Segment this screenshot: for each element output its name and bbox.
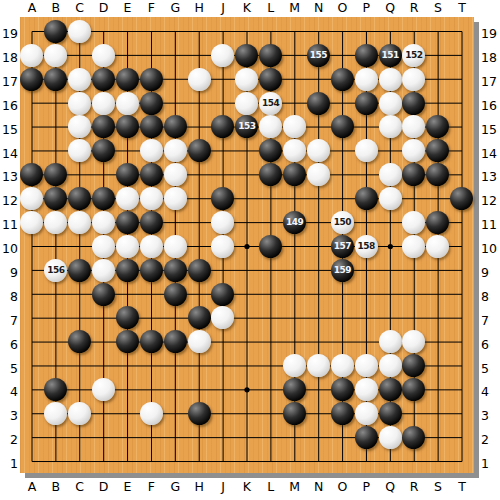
board-cell-E4[interactable] [116,378,140,402]
board-cell-L19[interactable] [259,20,283,44]
board-cell-C7[interactable] [68,306,92,330]
board-cell-T14[interactable] [450,139,474,163]
board-cell-E17[interactable] [116,67,140,91]
board-cell-Q14[interactable] [378,139,402,163]
board-cell-O16[interactable] [330,91,354,115]
board-cell-S3[interactable] [426,402,450,426]
board-cell-F2[interactable] [139,425,163,449]
board-cell-M5[interactable] [283,354,307,378]
board-cell-G10[interactable] [163,234,187,258]
board-cell-L18[interactable] [259,43,283,67]
board-cell-N8[interactable] [307,282,331,306]
board-cell-Q15[interactable] [378,115,402,139]
board-cell-C5[interactable] [68,354,92,378]
board-cell-N7[interactable] [307,306,331,330]
board-cell-P18[interactable] [354,43,378,67]
board-cell-B16[interactable] [44,91,68,115]
board-cell-C15[interactable] [68,115,92,139]
board-cell-S13[interactable] [426,163,450,187]
board-cell-D19[interactable] [92,20,116,44]
board-cell-R11[interactable] [402,211,426,235]
board-cell-L5[interactable] [259,354,283,378]
board-cell-G8[interactable] [163,282,187,306]
board-cell-P17[interactable] [354,67,378,91]
board-cell-J14[interactable] [211,139,235,163]
board-cell-C16[interactable] [68,91,92,115]
board-cell-C10[interactable] [68,234,92,258]
board-cell-K5[interactable] [235,354,259,378]
board-cell-J13[interactable] [211,163,235,187]
board-cell-T8[interactable] [450,282,474,306]
board-cell-P5[interactable] [354,354,378,378]
board-cell-G5[interactable] [163,354,187,378]
board-cell-P3[interactable] [354,402,378,426]
board-cell-M1[interactable] [283,449,307,473]
board-cell-A13[interactable] [20,163,44,187]
board-cell-B12[interactable] [44,187,68,211]
board-cell-A5[interactable] [20,354,44,378]
board-cell-C13[interactable] [68,163,92,187]
board-cell-B17[interactable] [44,67,68,91]
board-cell-O17[interactable] [330,67,354,91]
board-cell-A4[interactable] [20,378,44,402]
board-cell-N13[interactable] [307,163,331,187]
board-cell-H17[interactable] [187,67,211,91]
board-cell-T18[interactable] [450,43,474,67]
board-cell-N16[interactable] [307,91,331,115]
board-cell-J12[interactable] [211,187,235,211]
board-cell-L14[interactable] [259,139,283,163]
board-cell-H2[interactable] [187,425,211,449]
board-cell-E2[interactable] [116,425,140,449]
board-cell-M4[interactable] [283,378,307,402]
board-cell-G9[interactable] [163,258,187,282]
board-cell-N17[interactable] [307,67,331,91]
board-cell-G18[interactable] [163,43,187,67]
board-cell-G4[interactable] [163,378,187,402]
board-cell-K15[interactable]: 153 [235,115,259,139]
board-cell-Q6[interactable] [378,330,402,354]
board-cell-T13[interactable] [450,163,474,187]
board-cell-D7[interactable] [92,306,116,330]
board-cell-P9[interactable] [354,258,378,282]
board-cell-G19[interactable] [163,20,187,44]
board-cell-Q1[interactable] [378,449,402,473]
board-cell-O11[interactable]: 150 [330,211,354,235]
board-cell-K14[interactable] [235,139,259,163]
board-cell-M19[interactable] [283,20,307,44]
board-cell-C19[interactable] [68,20,92,44]
board-cell-R17[interactable] [402,67,426,91]
board-cell-O13[interactable] [330,163,354,187]
board-cell-S5[interactable] [426,354,450,378]
board-cell-T2[interactable] [450,425,474,449]
board-cell-A3[interactable] [20,402,44,426]
board-cell-O14[interactable] [330,139,354,163]
board-cell-J9[interactable] [211,258,235,282]
board-cell-E12[interactable] [116,187,140,211]
board-cell-K8[interactable] [235,282,259,306]
board-cell-E3[interactable] [116,402,140,426]
board-cell-H12[interactable] [187,187,211,211]
board-cell-S19[interactable] [426,20,450,44]
board-cell-D10[interactable] [92,234,116,258]
board-cell-N1[interactable] [307,449,331,473]
board-cell-N14[interactable] [307,139,331,163]
board-cell-R19[interactable] [402,20,426,44]
board-cell-Q7[interactable] [378,306,402,330]
board-cell-Q2[interactable] [378,425,402,449]
board-cell-B18[interactable] [44,43,68,67]
board-cell-B7[interactable] [44,306,68,330]
board-cell-T12[interactable] [450,187,474,211]
board-cell-F1[interactable] [139,449,163,473]
board-cell-L6[interactable] [259,330,283,354]
board-cell-L10[interactable] [259,234,283,258]
board-cell-E11[interactable] [116,211,140,235]
board-cell-E7[interactable] [116,306,140,330]
board-cell-K6[interactable] [235,330,259,354]
board-cell-D2[interactable] [92,425,116,449]
board-cell-H7[interactable] [187,306,211,330]
board-cell-N12[interactable] [307,187,331,211]
board-cell-J15[interactable] [211,115,235,139]
board-cell-B9[interactable]: 156 [44,258,68,282]
board-cell-F9[interactable] [139,258,163,282]
board-cell-R10[interactable] [402,234,426,258]
board-cell-S12[interactable] [426,187,450,211]
board-cell-F6[interactable] [139,330,163,354]
board-cell-F5[interactable] [139,354,163,378]
board-cell-M17[interactable] [283,67,307,91]
board-cell-R3[interactable] [402,402,426,426]
board-cell-S14[interactable] [426,139,450,163]
board-cell-D16[interactable] [92,91,116,115]
board-cell-C4[interactable] [68,378,92,402]
board-cell-F3[interactable] [139,402,163,426]
board-cell-E16[interactable] [116,91,140,115]
board-cell-Q16[interactable] [378,91,402,115]
board-cell-R14[interactable] [402,139,426,163]
board-cell-O3[interactable] [330,402,354,426]
board-cell-D15[interactable] [92,115,116,139]
board-cell-S7[interactable] [426,306,450,330]
board-cell-R4[interactable] [402,378,426,402]
board-cell-L2[interactable] [259,425,283,449]
board-cell-K11[interactable] [235,211,259,235]
board-cell-F12[interactable] [139,187,163,211]
board-cell-Q4[interactable] [378,378,402,402]
board-cell-M6[interactable] [283,330,307,354]
board-cell-L12[interactable] [259,187,283,211]
board-cell-S1[interactable] [426,449,450,473]
board-cell-M18[interactable] [283,43,307,67]
board-cell-B4[interactable] [44,378,68,402]
board-cell-S4[interactable] [426,378,450,402]
board-cell-E8[interactable] [116,282,140,306]
board-cell-F19[interactable] [139,20,163,44]
board-cell-N10[interactable] [307,234,331,258]
board-cell-K17[interactable] [235,67,259,91]
board-cell-T10[interactable] [450,234,474,258]
board-cell-M3[interactable] [283,402,307,426]
board-cell-R13[interactable] [402,163,426,187]
board-cell-J11[interactable] [211,211,235,235]
board-cell-P16[interactable] [354,91,378,115]
board-cell-C14[interactable] [68,139,92,163]
board-cell-J16[interactable] [211,91,235,115]
board-cell-A7[interactable] [20,306,44,330]
board-cell-B13[interactable] [44,163,68,187]
board-cell-S17[interactable] [426,67,450,91]
board-cell-Q3[interactable] [378,402,402,426]
board-cell-G16[interactable] [163,91,187,115]
board-cell-H5[interactable] [187,354,211,378]
board-cell-L9[interactable] [259,258,283,282]
board-cell-G14[interactable] [163,139,187,163]
board-cell-N19[interactable] [307,20,331,44]
board-cell-C3[interactable] [68,402,92,426]
board-cell-B5[interactable] [44,354,68,378]
board-cell-J3[interactable] [211,402,235,426]
board-cell-T19[interactable] [450,20,474,44]
board-cell-A14[interactable] [20,139,44,163]
board-cell-E18[interactable] [116,43,140,67]
board-cell-E1[interactable] [116,449,140,473]
board-cell-H18[interactable] [187,43,211,67]
board-cell-F11[interactable] [139,211,163,235]
board-cell-K13[interactable] [235,163,259,187]
board-cell-N9[interactable] [307,258,331,282]
board-cell-S2[interactable] [426,425,450,449]
board-cell-A15[interactable] [20,115,44,139]
board-cell-A8[interactable] [20,282,44,306]
board-cell-B19[interactable] [44,20,68,44]
board-cell-A1[interactable] [20,449,44,473]
board-cell-P13[interactable] [354,163,378,187]
board-cell-J18[interactable] [211,43,235,67]
board-cell-Q17[interactable] [378,67,402,91]
board-cell-J5[interactable] [211,354,235,378]
board-cell-K9[interactable] [235,258,259,282]
board-cell-B2[interactable] [44,425,68,449]
board-cell-N18[interactable]: 155 [307,43,331,67]
board-cell-J8[interactable] [211,282,235,306]
board-cell-K18[interactable] [235,43,259,67]
board-cell-D18[interactable] [92,43,116,67]
board-cell-R16[interactable] [402,91,426,115]
board-cell-M12[interactable] [283,187,307,211]
board-cell-R9[interactable] [402,258,426,282]
board-cell-P19[interactable] [354,20,378,44]
board-cell-K1[interactable] [235,449,259,473]
board-cell-T5[interactable] [450,354,474,378]
board-cell-E19[interactable] [116,20,140,44]
board-cell-Q18[interactable]: 151 [378,43,402,67]
board-cell-P4[interactable] [354,378,378,402]
board-cell-M2[interactable] [283,425,307,449]
board-cell-E9[interactable] [116,258,140,282]
board-cell-R1[interactable] [402,449,426,473]
board-cell-M13[interactable] [283,163,307,187]
board-cell-D12[interactable] [92,187,116,211]
board-cell-H13[interactable] [187,163,211,187]
board-cell-G2[interactable] [163,425,187,449]
board-cell-K3[interactable] [235,402,259,426]
board-cell-O1[interactable] [330,449,354,473]
board-cell-S9[interactable] [426,258,450,282]
board-cell-G13[interactable] [163,163,187,187]
board-cell-N4[interactable] [307,378,331,402]
board-cell-K19[interactable] [235,20,259,44]
board-cell-D6[interactable] [92,330,116,354]
board-cell-P6[interactable] [354,330,378,354]
board-cell-J19[interactable] [211,20,235,44]
board-cell-T6[interactable] [450,330,474,354]
board-cell-A18[interactable] [20,43,44,67]
board-cell-E10[interactable] [116,234,140,258]
board-cell-C12[interactable] [68,187,92,211]
board-cell-C11[interactable] [68,211,92,235]
board-cell-L3[interactable] [259,402,283,426]
board-cell-G3[interactable] [163,402,187,426]
board-cell-F7[interactable] [139,306,163,330]
board-cell-E15[interactable] [116,115,140,139]
board-cell-M11[interactable]: 149 [283,211,307,235]
board-cell-D1[interactable] [92,449,116,473]
board-cell-T1[interactable] [450,449,474,473]
board-cell-K16[interactable] [235,91,259,115]
board-cell-K7[interactable] [235,306,259,330]
board-cell-B11[interactable] [44,211,68,235]
board-cell-M14[interactable] [283,139,307,163]
board-cell-R18[interactable]: 152 [402,43,426,67]
board-cell-T16[interactable] [450,91,474,115]
board-cell-F14[interactable] [139,139,163,163]
board-cell-H3[interactable] [187,402,211,426]
board-cell-G12[interactable] [163,187,187,211]
board-cell-R15[interactable] [402,115,426,139]
board-cell-A17[interactable] [20,67,44,91]
board-cell-J7[interactable] [211,306,235,330]
board-cell-F8[interactable] [139,282,163,306]
board-cell-A10[interactable] [20,234,44,258]
board-cell-K10[interactable] [235,234,259,258]
board-cell-T15[interactable] [450,115,474,139]
board-cell-H19[interactable] [187,20,211,44]
board-cell-M15[interactable] [283,115,307,139]
board-cell-D5[interactable] [92,354,116,378]
board-cell-P12[interactable] [354,187,378,211]
board-cell-R2[interactable] [402,425,426,449]
board-cell-B8[interactable] [44,282,68,306]
board-cell-A12[interactable] [20,187,44,211]
board-cell-L7[interactable] [259,306,283,330]
board-cell-O12[interactable] [330,187,354,211]
board-cell-N11[interactable] [307,211,331,235]
board-cell-O15[interactable] [330,115,354,139]
board-cell-M9[interactable] [283,258,307,282]
board-cell-T4[interactable] [450,378,474,402]
board-cell-J10[interactable] [211,234,235,258]
board-cell-T17[interactable] [450,67,474,91]
board-cell-D13[interactable] [92,163,116,187]
board-cell-P8[interactable] [354,282,378,306]
board-cell-C6[interactable] [68,330,92,354]
board-cell-C17[interactable] [68,67,92,91]
board-cell-B1[interactable] [44,449,68,473]
board-cell-J1[interactable] [211,449,235,473]
board-cell-F10[interactable] [139,234,163,258]
board-cell-B15[interactable] [44,115,68,139]
board-cell-C9[interactable] [68,258,92,282]
board-cell-Q19[interactable] [378,20,402,44]
board-cell-H8[interactable] [187,282,211,306]
board-cell-B3[interactable] [44,402,68,426]
board-cell-M16[interactable] [283,91,307,115]
board-cell-Q8[interactable] [378,282,402,306]
board-cell-O18[interactable] [330,43,354,67]
board-cell-N6[interactable] [307,330,331,354]
board-cell-N5[interactable] [307,354,331,378]
board-cell-M10[interactable] [283,234,307,258]
board-cell-D4[interactable] [92,378,116,402]
board-cell-R8[interactable] [402,282,426,306]
board-cell-J2[interactable] [211,425,235,449]
board-cell-P11[interactable] [354,211,378,235]
board-cell-H15[interactable] [187,115,211,139]
board-cell-L11[interactable] [259,211,283,235]
board-cell-B10[interactable] [44,234,68,258]
board-cell-E6[interactable] [116,330,140,354]
board-cell-K2[interactable] [235,425,259,449]
board-cell-H14[interactable] [187,139,211,163]
board-cell-P7[interactable] [354,306,378,330]
board-cell-N2[interactable] [307,425,331,449]
board-cell-G17[interactable] [163,67,187,91]
board-cell-S16[interactable] [426,91,450,115]
board-cell-Q10[interactable] [378,234,402,258]
board-cell-R6[interactable] [402,330,426,354]
board-cell-O19[interactable] [330,20,354,44]
board-cell-T11[interactable] [450,211,474,235]
board-cell-L16[interactable]: 154 [259,91,283,115]
board-cell-Q11[interactable] [378,211,402,235]
board-cell-E14[interactable] [116,139,140,163]
board-cell-L4[interactable] [259,378,283,402]
board-cell-D17[interactable] [92,67,116,91]
board-cell-O9[interactable]: 159 [330,258,354,282]
board-cell-O10[interactable]: 157 [330,234,354,258]
board-cell-H10[interactable] [187,234,211,258]
board-cell-Q12[interactable] [378,187,402,211]
board-cell-J6[interactable] [211,330,235,354]
board-cell-L15[interactable] [259,115,283,139]
board-cell-D9[interactable] [92,258,116,282]
board-cell-S18[interactable] [426,43,450,67]
board-cell-G11[interactable] [163,211,187,235]
board-cell-J4[interactable] [211,378,235,402]
board-cell-E5[interactable] [116,354,140,378]
board-cell-S11[interactable] [426,211,450,235]
board-cell-A11[interactable] [20,211,44,235]
board-cell-M7[interactable] [283,306,307,330]
board-cell-L8[interactable] [259,282,283,306]
board-cell-L13[interactable] [259,163,283,187]
board-cell-S6[interactable] [426,330,450,354]
board-cell-E13[interactable] [116,163,140,187]
board-cell-C2[interactable] [68,425,92,449]
